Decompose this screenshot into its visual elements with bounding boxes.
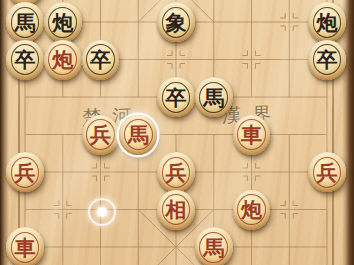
intersection[interactable]: 象 (157, 3, 195, 41)
intersection[interactable] (270, 78, 308, 116)
intersection[interactable]: 炮 (233, 191, 271, 229)
piece-red-chariot[interactable]: 車 (6, 227, 44, 265)
intersection[interactable] (195, 153, 233, 191)
intersection[interactable] (308, 116, 346, 154)
piece-glyph: 炮 (241, 199, 262, 220)
piece-glyph: 馬 (203, 86, 224, 107)
piece-glyph: 車 (241, 124, 262, 145)
piece-glyph: 炮 (52, 11, 73, 32)
piece-glyph: 炮 (52, 49, 73, 70)
intersection[interactable] (82, 191, 120, 229)
piece-glyph: 兵 (317, 161, 338, 182)
intersection[interactable] (119, 78, 157, 116)
intersection[interactable] (233, 228, 271, 265)
intersection[interactable] (195, 191, 233, 229)
intersection[interactable] (270, 191, 308, 229)
intersection[interactable]: 馬 (119, 116, 157, 154)
intersection[interactable]: 馬 (195, 78, 233, 116)
piece-black-elephant[interactable]: 象 (157, 2, 195, 42)
intersection[interactable] (195, 116, 233, 154)
intersection[interactable]: 卒 (157, 78, 195, 116)
piece-red-soldier[interactable]: 兵 (308, 152, 346, 192)
piece-black-soldier[interactable]: 卒 (82, 40, 120, 80)
intersection[interactable]: 兵 (82, 116, 120, 154)
piece-glyph: 卒 (317, 49, 338, 70)
intersection[interactable]: 卒 (308, 41, 346, 79)
intersection[interactable] (44, 191, 82, 229)
intersection[interactable]: 卒 (6, 41, 44, 79)
piece-black-cannon[interactable]: 炮 (308, 2, 346, 42)
intersection[interactable] (82, 78, 120, 116)
intersection[interactable]: 兵 (157, 153, 195, 191)
piece-glyph: 卒 (90, 49, 111, 70)
intersection[interactable]: 炮 (44, 41, 82, 79)
piece-red-soldier[interactable]: 兵 (157, 152, 195, 192)
intersection[interactable]: 卒 (82, 41, 120, 79)
piece-red-cannon[interactable]: 炮 (233, 190, 271, 230)
intersection[interactable] (270, 153, 308, 191)
piece-red-soldier[interactable]: 兵 (6, 152, 44, 192)
intersection[interactable]: 兵 (308, 153, 346, 191)
intersection[interactable]: 車 (233, 116, 271, 154)
piece-glyph: 兵 (166, 161, 187, 182)
piece-glyph: 兵 (15, 161, 36, 182)
piece-glyph: 車 (15, 236, 36, 257)
intersection[interactable] (6, 191, 44, 229)
piece-black-cannon[interactable]: 炮 (44, 2, 82, 42)
intersection[interactable] (44, 228, 82, 265)
piece-glyph: 卒 (15, 49, 36, 70)
intersection[interactable] (308, 78, 346, 116)
intersection[interactable] (157, 116, 195, 154)
piece-black-horse[interactable]: 馬 (195, 77, 233, 117)
piece-red-horse[interactable]: 馬 (195, 227, 233, 265)
intersection[interactable] (233, 41, 271, 79)
intersection[interactable]: 兵 (6, 153, 44, 191)
intersection[interactable] (119, 153, 157, 191)
intersection[interactable] (270, 3, 308, 41)
intersection[interactable] (119, 191, 157, 229)
intersection[interactable] (82, 228, 120, 265)
intersection[interactable] (119, 3, 157, 41)
intersection[interactable] (119, 228, 157, 265)
intersection[interactable] (82, 3, 120, 41)
intersection[interactable] (6, 116, 44, 154)
piece-red-soldier[interactable]: 兵 (82, 115, 120, 155)
piece-glyph: 炮 (317, 11, 338, 32)
piece-red-elephant[interactable]: 相 (157, 190, 195, 230)
piece-black-soldier[interactable]: 卒 (6, 40, 44, 80)
piece-black-soldier[interactable]: 卒 (157, 77, 195, 117)
intersection[interactable] (44, 153, 82, 191)
piece-glyph: 馬 (15, 11, 36, 32)
piece-glyph: 相 (166, 199, 187, 220)
piece-glyph: 兵 (90, 124, 111, 145)
piece-glyph: 象 (166, 11, 187, 32)
piece-red-cannon[interactable]: 炮 (44, 40, 82, 80)
intersection[interactable] (44, 78, 82, 116)
intersection[interactable] (233, 3, 271, 41)
piece-glyph: 馬 (128, 124, 149, 145)
intersection[interactable] (270, 116, 308, 154)
intersection[interactable] (270, 41, 308, 79)
intersection[interactable] (82, 153, 120, 191)
xiangqi-board-screen: 楚河 漢界 車馬炮象炮卒炮卒卒卒馬兵馬車兵兵兵相炮車馬 (0, 0, 354, 265)
piece-red-chariot[interactable]: 車 (233, 115, 271, 155)
intersection[interactable]: 相 (157, 191, 195, 229)
intersection[interactable] (233, 153, 271, 191)
intersection[interactable] (195, 3, 233, 41)
intersection[interactable]: 馬 (6, 3, 44, 41)
piece-glyph: 卒 (166, 86, 187, 107)
intersection[interactable] (44, 116, 82, 154)
intersection[interactable] (157, 41, 195, 79)
intersection[interactable] (157, 228, 195, 265)
piece-glyph: 馬 (203, 236, 224, 257)
piece-black-soldier[interactable]: 卒 (308, 40, 346, 80)
intersection[interactable]: 馬 (195, 228, 233, 265)
piece-black-horse[interactable]: 馬 (6, 2, 44, 42)
intersection[interactable]: 炮 (44, 3, 82, 41)
xiangqi-board: 車馬炮象炮卒炮卒卒卒馬兵馬車兵兵兵相炮車馬 (6, 0, 346, 265)
intersection[interactable] (308, 228, 346, 265)
intersection[interactable] (6, 78, 44, 116)
intersection[interactable]: 車 (6, 228, 44, 265)
piece-red-horse-selected[interactable]: 馬 (119, 115, 157, 155)
intersection[interactable] (233, 78, 271, 116)
intersection[interactable] (195, 41, 233, 79)
intersection[interactable]: 炮 (308, 3, 346, 41)
intersection[interactable] (308, 191, 346, 229)
intersection[interactable] (119, 41, 157, 79)
intersection[interactable] (270, 228, 308, 265)
